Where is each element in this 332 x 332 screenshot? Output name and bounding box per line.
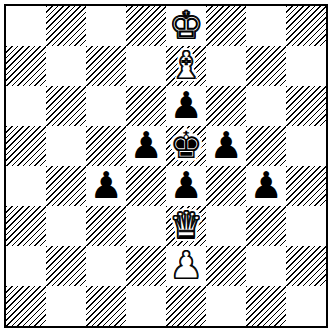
- square-h5[interactable]: [286, 126, 326, 166]
- square-e3[interactable]: ♛: [166, 206, 206, 246]
- square-g5[interactable]: [246, 126, 286, 166]
- square-f1[interactable]: [206, 286, 246, 326]
- square-c8[interactable]: [86, 6, 126, 46]
- white-king: ♚: [169, 7, 202, 44]
- white-bishop: ♝: [169, 47, 202, 84]
- square-a6[interactable]: [6, 86, 46, 126]
- square-h2[interactable]: [286, 246, 326, 286]
- square-c3[interactable]: [86, 206, 126, 246]
- square-f2[interactable]: [206, 246, 246, 286]
- square-c2[interactable]: [86, 246, 126, 286]
- board: ♚♝♟♟♚♟♟♟♟♛♟: [6, 6, 326, 326]
- square-d2[interactable]: [126, 246, 166, 286]
- square-e2[interactable]: ♟: [166, 246, 206, 286]
- square-e5[interactable]: ♚: [166, 126, 206, 166]
- square-d3[interactable]: [126, 206, 166, 246]
- square-g1[interactable]: [246, 286, 286, 326]
- square-b1[interactable]: [46, 286, 86, 326]
- square-d8[interactable]: [126, 6, 166, 46]
- white-pawn: ♟: [169, 247, 202, 284]
- square-f6[interactable]: [206, 86, 246, 126]
- square-c5[interactable]: [86, 126, 126, 166]
- black-pawn: ♟: [169, 87, 202, 124]
- square-h1[interactable]: [286, 286, 326, 326]
- square-h4[interactable]: [286, 166, 326, 206]
- square-c1[interactable]: [86, 286, 126, 326]
- black-pawn: ♟: [249, 167, 282, 204]
- square-c6[interactable]: [86, 86, 126, 126]
- square-b4[interactable]: [46, 166, 86, 206]
- square-a7[interactable]: [6, 46, 46, 86]
- square-b2[interactable]: [46, 246, 86, 286]
- square-c4[interactable]: ♟: [86, 166, 126, 206]
- square-c7[interactable]: [86, 46, 126, 86]
- square-g4[interactable]: ♟: [246, 166, 286, 206]
- square-g8[interactable]: [246, 6, 286, 46]
- square-h8[interactable]: [286, 6, 326, 46]
- square-b6[interactable]: [46, 86, 86, 126]
- square-e6[interactable]: ♟: [166, 86, 206, 126]
- square-g3[interactable]: [246, 206, 286, 246]
- square-f7[interactable]: [206, 46, 246, 86]
- square-d4[interactable]: [126, 166, 166, 206]
- black-pawn: ♟: [129, 127, 162, 164]
- square-h6[interactable]: [286, 86, 326, 126]
- square-g6[interactable]: [246, 86, 286, 126]
- square-f4[interactable]: [206, 166, 246, 206]
- square-b5[interactable]: [46, 126, 86, 166]
- square-f5[interactable]: ♟: [206, 126, 246, 166]
- square-a5[interactable]: [6, 126, 46, 166]
- square-b8[interactable]: [46, 6, 86, 46]
- square-a2[interactable]: [6, 246, 46, 286]
- square-d5[interactable]: ♟: [126, 126, 166, 166]
- black-pawn: ♟: [169, 167, 202, 204]
- chess-diagram: ♚♝♟♟♚♟♟♟♟♛♟: [0, 0, 332, 332]
- square-g2[interactable]: [246, 246, 286, 286]
- square-e7[interactable]: ♝: [166, 46, 206, 86]
- square-a3[interactable]: [6, 206, 46, 246]
- square-h3[interactable]: [286, 206, 326, 246]
- square-e1[interactable]: [166, 286, 206, 326]
- square-h7[interactable]: [286, 46, 326, 86]
- square-b7[interactable]: [46, 46, 86, 86]
- square-g7[interactable]: [246, 46, 286, 86]
- square-f3[interactable]: [206, 206, 246, 246]
- square-a4[interactable]: [6, 166, 46, 206]
- black-pawn: ♟: [89, 167, 122, 204]
- black-king: ♚: [169, 127, 202, 164]
- square-d1[interactable]: [126, 286, 166, 326]
- square-a8[interactable]: [6, 6, 46, 46]
- square-b3[interactable]: [46, 206, 86, 246]
- square-a1[interactable]: [6, 286, 46, 326]
- black-pawn: ♟: [209, 127, 242, 164]
- board-frame: ♚♝♟♟♚♟♟♟♟♛♟: [4, 4, 328, 328]
- square-e8[interactable]: ♚: [166, 6, 206, 46]
- square-f8[interactable]: [206, 6, 246, 46]
- white-queen: ♛: [169, 207, 202, 244]
- square-d7[interactable]: [126, 46, 166, 86]
- square-d6[interactable]: [126, 86, 166, 126]
- square-e4[interactable]: ♟: [166, 166, 206, 206]
